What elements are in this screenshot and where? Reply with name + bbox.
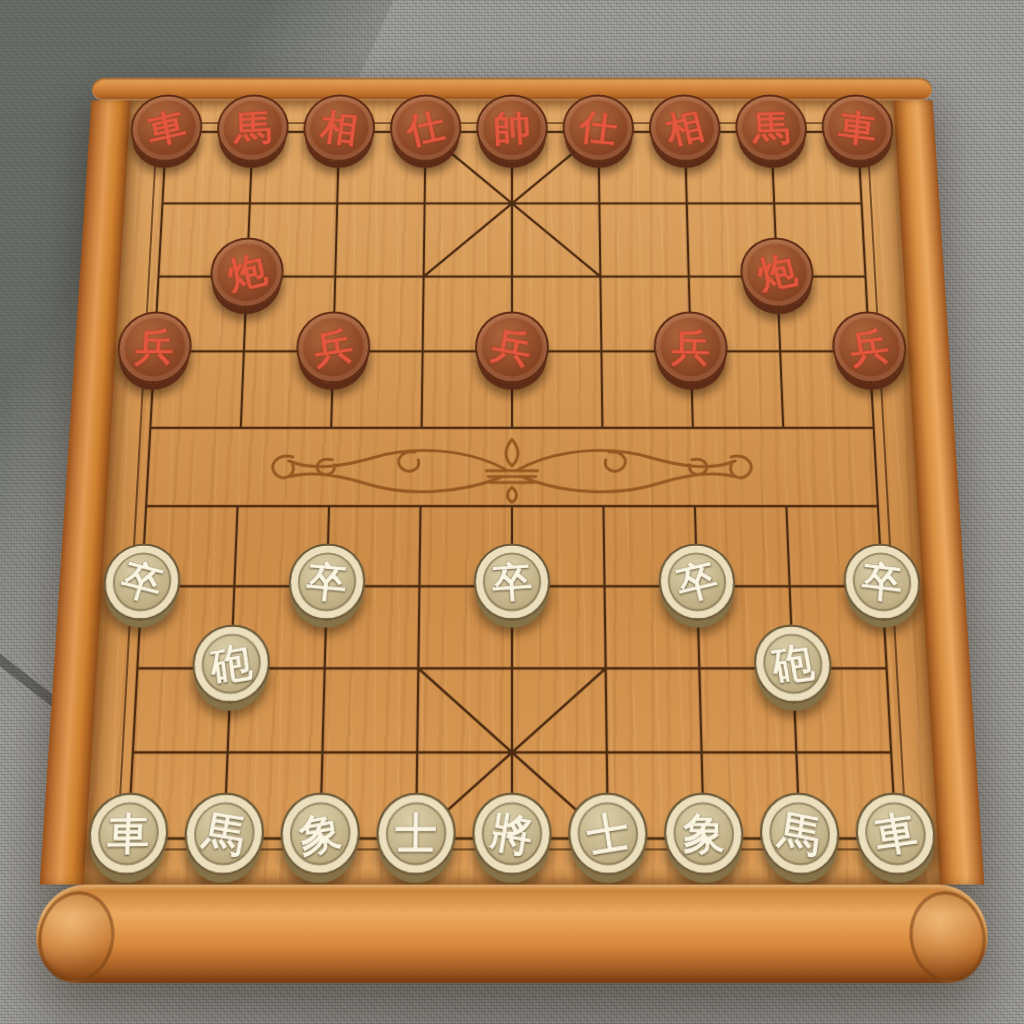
piece-character: 炮 — [224, 250, 269, 295]
piece-character: 兵 — [847, 326, 892, 368]
piece-character: 士 — [395, 812, 437, 856]
piece-character: 馬 — [776, 808, 823, 859]
piece-character: 兵 — [312, 326, 356, 369]
piece-character: 兵 — [134, 328, 175, 366]
piece-white-general[interactable]: 將 — [472, 792, 552, 875]
piece-character: 相 — [662, 107, 707, 149]
piece-character: 車 — [837, 108, 878, 148]
piece-character: 馬 — [234, 109, 273, 147]
piece-character: 炮 — [754, 251, 801, 295]
piece-character: 卒 — [305, 560, 350, 604]
piece-character: 卒 — [117, 557, 167, 606]
piece-white-advisor[interactable]: 士 — [568, 792, 648, 875]
piece-character: 帥 — [492, 109, 531, 146]
board-middle: 車馬相仕帥仕相馬車炮炮兵兵兵兵兵卒卒卒卒卒砲砲車馬象士將士象馬車 — [40, 100, 985, 884]
piece-red-soldier[interactable]: 兵 — [475, 311, 549, 383]
piece-character: 卒 — [673, 557, 722, 606]
piece-character: 將 — [488, 808, 536, 858]
piece-character: 象 — [297, 808, 344, 858]
piece-character: 兵 — [671, 328, 710, 367]
piece-character: 象 — [683, 812, 725, 856]
piece-red-elephant[interactable]: 相 — [648, 95, 721, 162]
piece-character: 兵 — [489, 325, 535, 369]
piece-character: 仕 — [403, 107, 448, 149]
piece-character: 仕 — [578, 108, 619, 147]
piece-character: 卒 — [860, 559, 903, 604]
board-perspective-wrapper: 車馬相仕帥仕相馬車炮炮兵兵兵兵兵卒卒卒卒卒砲砲車馬象士將士象馬車 — [62, 44, 962, 956]
board-bottom-rail — [33, 885, 991, 983]
piece-character: 相 — [318, 109, 360, 148]
piece-character: 車 — [144, 107, 188, 150]
piece-white-advisor[interactable]: 士 — [376, 792, 456, 875]
piece-character: 卒 — [491, 560, 534, 603]
piece-character: 士 — [584, 809, 632, 859]
piece-red-advisor[interactable]: 仕 — [562, 95, 634, 162]
piece-red-advisor[interactable]: 仕 — [389, 95, 461, 162]
piece-character: 車 — [107, 812, 150, 856]
piece-character: 砲 — [769, 640, 816, 687]
board-grid — [84, 100, 941, 884]
piece-character: 車 — [871, 809, 920, 858]
photo-scene: 車馬相仕帥仕相馬車炮炮兵兵兵兵兵卒卒卒卒卒砲砲車馬象士將士象馬車 — [0, 0, 1024, 1024]
piece-character: 馬 — [751, 110, 791, 147]
piece-character: 砲 — [208, 640, 254, 688]
board-surface[interactable]: 車馬相仕帥仕相馬車炮炮兵兵兵兵兵卒卒卒卒卒砲砲車馬象士將士象馬車 — [84, 100, 941, 884]
piece-white-soldier[interactable]: 卒 — [474, 543, 551, 620]
xiangqi-board: 車馬相仕帥仕相馬車炮炮兵兵兵兵兵卒卒卒卒卒砲砲車馬象士將士象馬車 — [33, 78, 991, 983]
piece-character: 馬 — [200, 809, 249, 859]
piece-red-general[interactable]: 帥 — [476, 95, 548, 162]
